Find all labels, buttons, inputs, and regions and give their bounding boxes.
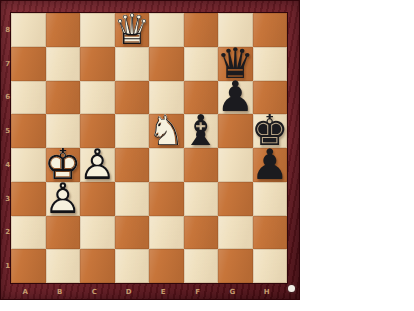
- square-h4[interactable]: ♟: [253, 148, 288, 182]
- square-f4[interactable]: [184, 148, 219, 182]
- rank-label-5: 5: [0, 114, 11, 148]
- rank-label-1: 1: [0, 249, 11, 283]
- square-b7[interactable]: [46, 47, 81, 81]
- square-c3[interactable]: [80, 182, 115, 216]
- square-e4[interactable]: [149, 148, 184, 182]
- square-b5[interactable]: [46, 114, 81, 148]
- square-b4[interactable]: ♚♔: [46, 148, 81, 182]
- square-d2[interactable]: [115, 216, 150, 250]
- square-h8[interactable]: [253, 13, 288, 47]
- square-d7[interactable]: [115, 47, 150, 81]
- square-d8[interactable]: ♛♕: [115, 13, 150, 47]
- square-c7[interactable]: [80, 47, 115, 81]
- square-b1[interactable]: [46, 249, 81, 283]
- square-h3[interactable]: [253, 182, 288, 216]
- file-label-b: B: [43, 283, 78, 300]
- square-g4[interactable]: [218, 148, 253, 182]
- square-b6[interactable]: [46, 81, 81, 115]
- rank-label-7: 7: [0, 47, 11, 81]
- file-label-e: E: [146, 283, 181, 300]
- square-h5[interactable]: ♚: [253, 114, 288, 148]
- square-c1[interactable]: [80, 249, 115, 283]
- square-f2[interactable]: [184, 216, 219, 250]
- square-a6[interactable]: [11, 81, 46, 115]
- square-a8[interactable]: [11, 13, 46, 47]
- square-c6[interactable]: [80, 81, 115, 115]
- square-f6[interactable]: [184, 81, 219, 115]
- square-d1[interactable]: [115, 249, 150, 283]
- square-b3[interactable]: ♟♙: [46, 182, 81, 216]
- square-c8[interactable]: [80, 13, 115, 47]
- black-pawn-glyph: ♟: [251, 144, 289, 186]
- square-g3[interactable]: [218, 182, 253, 216]
- rank-label-3: 3: [0, 182, 11, 216]
- file-label-f: F: [181, 283, 216, 300]
- square-e8[interactable]: [149, 13, 184, 47]
- square-d3[interactable]: [115, 182, 150, 216]
- white-pawn-outline-glyph: ♙: [78, 144, 116, 186]
- square-c5[interactable]: [80, 114, 115, 148]
- square-e2[interactable]: [149, 216, 184, 250]
- piece-black-queen[interactable]: ♛: [218, 47, 253, 81]
- white-knight-glyph: ♞: [147, 110, 185, 152]
- square-g8[interactable]: [218, 13, 253, 47]
- file-label-h: H: [250, 283, 285, 300]
- square-a7[interactable]: [11, 47, 46, 81]
- piece-white-pawn[interactable]: ♟♙: [46, 182, 81, 216]
- square-g1[interactable]: [218, 249, 253, 283]
- rank-labels: 87654321: [0, 13, 11, 283]
- square-e7[interactable]: [149, 47, 184, 81]
- white-pawn-glyph: ♟: [78, 144, 116, 186]
- square-a1[interactable]: [11, 249, 46, 283]
- white-king-outline-glyph: ♔: [44, 144, 82, 186]
- side-to-move-indicator: [288, 285, 295, 292]
- file-labels: ABCDEFGH: [11, 283, 287, 300]
- white-queen-glyph: ♛: [113, 9, 151, 51]
- square-g2[interactable]: [218, 216, 253, 250]
- square-f5[interactable]: ♝: [184, 114, 219, 148]
- white-pawn-glyph: ♟: [44, 178, 82, 220]
- square-a5[interactable]: [11, 114, 46, 148]
- white-pawn-outline-glyph: ♙: [44, 178, 82, 220]
- square-d4[interactable]: [115, 148, 150, 182]
- square-f1[interactable]: [184, 249, 219, 283]
- file-label-c: C: [77, 283, 112, 300]
- piece-black-bishop[interactable]: ♝: [184, 114, 219, 148]
- white-queen-outline-glyph: ♕: [113, 9, 151, 51]
- piece-white-knight[interactable]: ♞♘: [149, 114, 184, 148]
- square-d6[interactable]: [115, 81, 150, 115]
- page-background: ♛♕♛♟♞♘♝♚♚♔♟♙♟♟♙ 87654321 ABCDEFGH: [0, 0, 414, 311]
- rank-label-8: 8: [0, 13, 11, 47]
- white-king-glyph: ♚: [44, 144, 82, 186]
- square-b2[interactable]: [46, 216, 81, 250]
- square-a4[interactable]: [11, 148, 46, 182]
- square-b8[interactable]: [46, 13, 81, 47]
- square-e3[interactable]: [149, 182, 184, 216]
- square-h6[interactable]: [253, 81, 288, 115]
- square-g6[interactable]: ♟: [218, 81, 253, 115]
- square-h1[interactable]: [253, 249, 288, 283]
- rank-label-4: 4: [0, 148, 11, 182]
- black-bishop-glyph: ♝: [182, 110, 220, 152]
- square-c2[interactable]: [80, 216, 115, 250]
- square-f8[interactable]: [184, 13, 219, 47]
- square-a3[interactable]: [11, 182, 46, 216]
- square-g7[interactable]: ♛: [218, 47, 253, 81]
- square-f7[interactable]: [184, 47, 219, 81]
- square-h2[interactable]: [253, 216, 288, 250]
- square-d5[interactable]: [115, 114, 150, 148]
- rank-label-6: 6: [0, 81, 11, 115]
- square-h7[interactable]: [253, 47, 288, 81]
- black-queen-glyph: ♛: [216, 43, 254, 85]
- square-c4[interactable]: ♟♙: [80, 148, 115, 182]
- piece-black-pawn[interactable]: ♟: [218, 81, 253, 115]
- piece-white-pawn[interactable]: ♟♙: [80, 148, 115, 182]
- piece-white-king[interactable]: ♚♔: [46, 148, 81, 182]
- file-label-a: A: [8, 283, 43, 300]
- rank-label-2: 2: [0, 216, 11, 250]
- square-g5[interactable]: [218, 114, 253, 148]
- black-pawn-glyph: ♟: [216, 76, 254, 118]
- chess-board: ♛♕♛♟♞♘♝♚♚♔♟♙♟♟♙ 87654321 ABCDEFGH: [0, 0, 300, 300]
- square-e5[interactable]: ♞♘: [149, 114, 184, 148]
- white-knight-outline-glyph: ♘: [147, 110, 185, 152]
- piece-black-pawn[interactable]: ♟: [253, 148, 288, 182]
- square-a2[interactable]: [11, 216, 46, 250]
- file-label-g: G: [215, 283, 250, 300]
- square-e6[interactable]: [149, 81, 184, 115]
- board-grid: ♛♕♛♟♞♘♝♚♚♔♟♙♟♟♙: [11, 13, 287, 283]
- piece-white-queen[interactable]: ♛♕: [115, 13, 150, 47]
- piece-black-king[interactable]: ♚: [253, 114, 288, 148]
- file-label-d: D: [112, 283, 147, 300]
- square-e1[interactable]: [149, 249, 184, 283]
- square-f3[interactable]: [184, 182, 219, 216]
- black-king-glyph: ♚: [251, 110, 289, 152]
